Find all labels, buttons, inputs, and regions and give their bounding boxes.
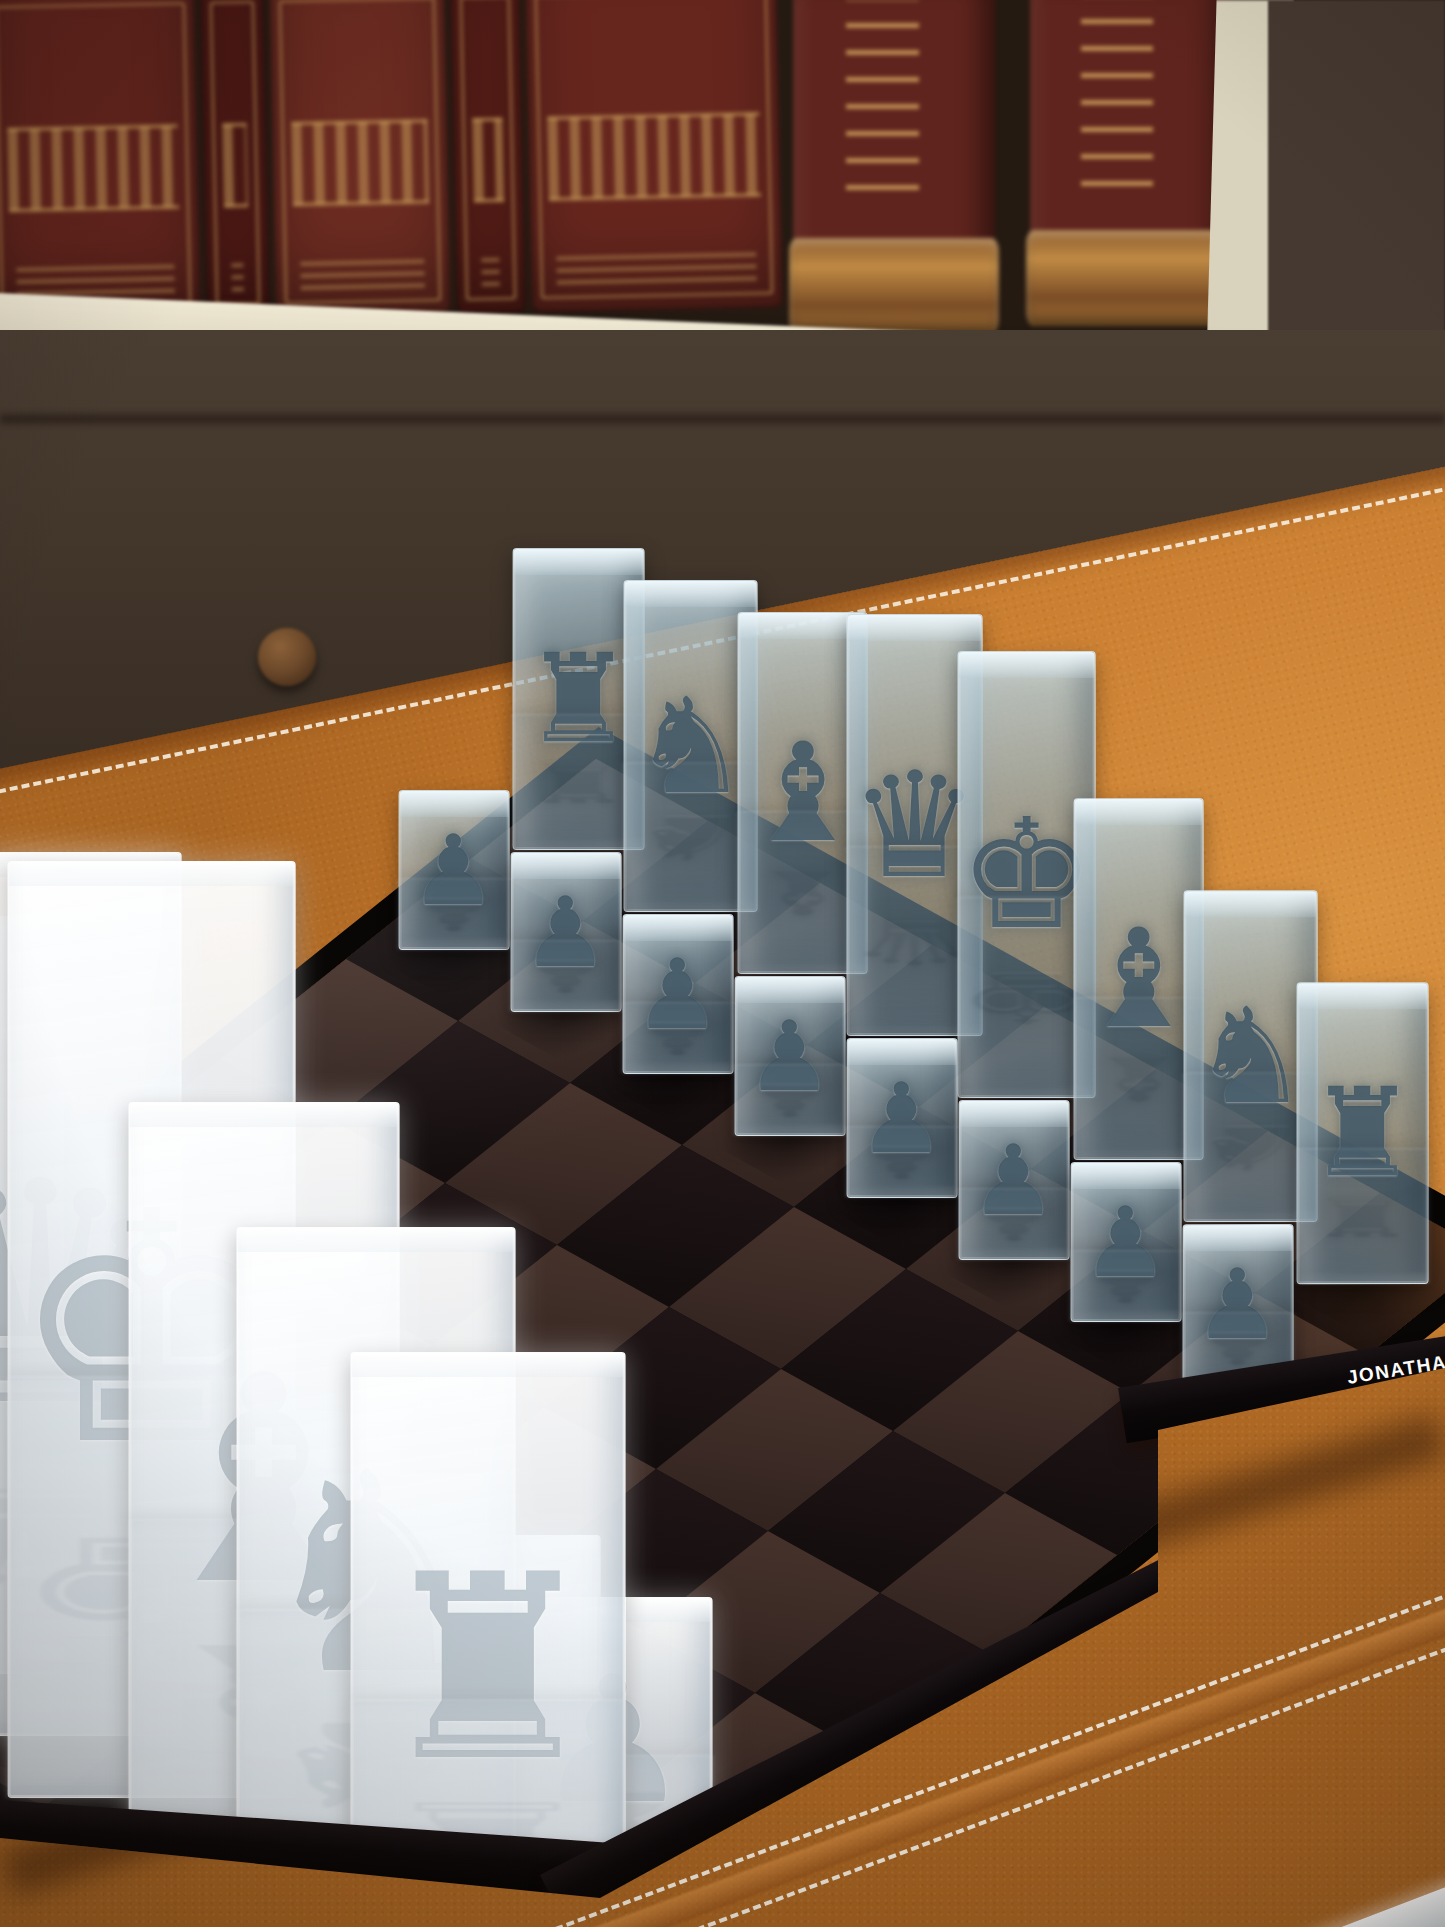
gloss-reflection: ♟ (398, 878, 509, 950)
book-spine-base-band (1026, 230, 1232, 326)
gloss-reflection: ♟ (846, 1126, 957, 1198)
book-spine-gold-text (846, 0, 951, 190)
book-right-1 (793, 0, 995, 334)
book-right-2 (1030, 0, 1228, 326)
gloss-reflection: ♟ (957, 1188, 1068, 1260)
cabinet-rail (0, 414, 1445, 424)
gloss-reflection: ♜ (1296, 1148, 1428, 1284)
book-spine (525, 0, 784, 313)
book-row-left (0, 0, 801, 324)
book-spine-base-band (789, 238, 999, 334)
book-spine-gold-text (1081, 0, 1184, 186)
gloss-reflection: ♟ (1069, 1250, 1180, 1322)
book-spine (269, 0, 452, 318)
book-spine (450, 0, 527, 315)
book-spine (0, 0, 201, 324)
gloss-reflection: ♟ (510, 940, 621, 1012)
drawer-knob (258, 628, 316, 686)
photo-acrylic-chess-scene: { "game": "chess", "set_description": "f… (0, 0, 1445, 1927)
book-spine (200, 0, 271, 320)
gloss-reflection: ♟ (622, 1002, 733, 1074)
gloss-reflection: ♟ (734, 1064, 845, 1136)
